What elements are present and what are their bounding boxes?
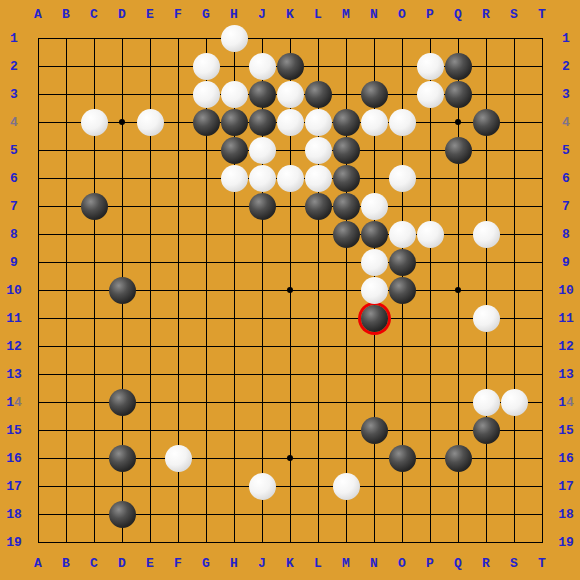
board-intersection-G2[interactable] [192, 52, 220, 80]
coord-label-char: 6 [562, 172, 570, 185]
board-intersection-Q5[interactable] [444, 136, 472, 164]
board-intersection-R4[interactable] [472, 108, 500, 136]
board-intersection-S14[interactable] [500, 388, 528, 416]
coord-label-char: 1 [558, 452, 566, 465]
coord-label-char: 0 [566, 284, 574, 297]
board-intersection-M5[interactable] [332, 136, 360, 164]
board-intersection-L6[interactable] [304, 164, 332, 192]
black-stone [333, 109, 360, 136]
black-stone [473, 109, 500, 136]
black-stone [333, 221, 360, 248]
coord-label: 19 [553, 528, 579, 556]
stones-grid [24, 24, 556, 556]
board-intersection-L5[interactable] [304, 136, 332, 164]
board-intersection-L7[interactable] [304, 192, 332, 220]
white-stone [417, 81, 444, 108]
white-stone [249, 137, 276, 164]
coord-label-char: 1 [6, 368, 14, 381]
board-intersection-M7[interactable] [332, 192, 360, 220]
coord-label-char: 8 [562, 228, 570, 241]
coord-label-char: 3 [562, 88, 570, 101]
white-stone [389, 221, 416, 248]
coord-label-char: 7 [566, 480, 574, 493]
white-stone [277, 165, 304, 192]
coord-label-char: 7 [10, 200, 18, 213]
black-stone [277, 53, 304, 80]
board-intersection-R8[interactable] [472, 220, 500, 248]
white-stone [193, 53, 220, 80]
coord-label-char: 1 [558, 312, 566, 325]
white-stone [473, 305, 500, 332]
black-stone [193, 109, 220, 136]
white-stone [193, 81, 220, 108]
black-stone [249, 109, 276, 136]
coord-label-char: 4 [10, 116, 18, 129]
coord-label-char: 6 [10, 172, 18, 185]
board-intersection-Q3[interactable] [444, 80, 472, 108]
coord-label-char: 9 [10, 256, 18, 269]
board-intersection-R14[interactable] [472, 388, 500, 416]
board-intersection-M6[interactable] [332, 164, 360, 192]
coord-label-char: M [342, 8, 350, 21]
board-intersection-O10[interactable] [388, 276, 416, 304]
coord-label-char: 8 [14, 508, 22, 521]
coord-label-char: H [230, 557, 238, 570]
black-stone [333, 193, 360, 220]
black-stone [389, 445, 416, 472]
coord-label-char: 7 [14, 480, 22, 493]
coord-label-char: 1 [6, 508, 14, 521]
white-stone [221, 165, 248, 192]
coord-label-char: H [230, 8, 238, 21]
coord-label-char: N [370, 8, 378, 21]
black-stone [361, 221, 388, 248]
row-labels-right: 12345678910111213141516171819 [553, 24, 579, 556]
board-intersection-L4[interactable] [304, 108, 332, 136]
coord-label: 5 [553, 136, 579, 164]
coord-label-char: T [538, 557, 546, 570]
coord-label: 9 [553, 248, 579, 276]
coord-label-char: 1 [558, 340, 566, 353]
white-stone [501, 389, 528, 416]
white-stone [221, 25, 248, 52]
black-stone [389, 277, 416, 304]
coord-label-char: 6 [14, 452, 22, 465]
coord-label-char: 3 [10, 88, 18, 101]
black-stone [221, 109, 248, 136]
black-stone [473, 417, 500, 444]
board-intersection-R15[interactable] [472, 416, 500, 444]
board-intersection-M17[interactable] [332, 472, 360, 500]
coord-label-char: S [510, 8, 518, 21]
board-intersection-R11[interactable] [472, 304, 500, 332]
black-stone [445, 137, 472, 164]
coord-label: 3 [553, 80, 579, 108]
coord-label-char: R [482, 8, 490, 21]
board-intersection-E4[interactable] [136, 108, 164, 136]
coord-label-char: 1 [14, 312, 22, 325]
board-intersection-N10[interactable] [360, 276, 388, 304]
coord-label-char: 1 [6, 424, 14, 437]
board-intersection-H5[interactable] [220, 136, 248, 164]
coord-label-char: J [258, 557, 266, 570]
coord-label-char: O [398, 8, 406, 21]
black-stone [305, 193, 332, 220]
board-intersection-P8[interactable] [416, 220, 444, 248]
coord-label-char: E [146, 8, 154, 21]
coord-label-char: 1 [558, 508, 566, 521]
coord-label-char: 2 [562, 60, 570, 73]
board-intersection-D10[interactable] [108, 276, 136, 304]
coord-label-char: K [286, 8, 294, 21]
coord-label-char: 4 [566, 396, 574, 409]
coord-label: 2 [553, 52, 579, 80]
black-stone [305, 81, 332, 108]
coord-label-char: D [118, 557, 126, 570]
coord-label-char: 4 [562, 116, 570, 129]
coord-label-char: B [62, 8, 70, 21]
black-stone [361, 417, 388, 444]
board-intersection-O4[interactable] [388, 108, 416, 136]
coord-label-char: E [146, 557, 154, 570]
coord-label: 6 [553, 164, 579, 192]
white-stone [305, 137, 332, 164]
board-intersection-H6[interactable] [220, 164, 248, 192]
board-intersection-Q2[interactable] [444, 52, 472, 80]
board-intersection-C4[interactable] [80, 108, 108, 136]
board-intersection-J2[interactable] [248, 52, 276, 80]
board-intersection-P2[interactable] [416, 52, 444, 80]
coord-label-char: 1 [558, 396, 566, 409]
board-intersection-J17[interactable] [248, 472, 276, 500]
white-stone [361, 109, 388, 136]
coord-label: 4 [553, 108, 579, 136]
white-stone [165, 445, 192, 472]
coord-label-char: 5 [14, 424, 22, 437]
coord-label-char: 1 [558, 424, 566, 437]
board-intersection-K4[interactable] [276, 108, 304, 136]
board-intersection-P3[interactable] [416, 80, 444, 108]
black-stone [445, 445, 472, 472]
coord-label-char: 5 [10, 144, 18, 157]
coord-label-char: 1 [6, 284, 14, 297]
board-intersection-O6[interactable] [388, 164, 416, 192]
coord-label-char: 8 [566, 508, 574, 521]
black-stone [109, 277, 136, 304]
coord-label: 7 [553, 192, 579, 220]
black-stone-last-move [361, 305, 388, 332]
coord-label-char: 9 [14, 536, 22, 549]
board-intersection-D16[interactable] [108, 444, 136, 472]
coord-label-char: 8 [10, 228, 18, 241]
coord-label-char: 1 [558, 480, 566, 493]
coord-label: 12 [553, 332, 579, 360]
coord-label: 18 [553, 500, 579, 528]
black-stone [333, 165, 360, 192]
coord-label-char: 6 [566, 452, 574, 465]
coord-label-char: 1 [566, 312, 574, 325]
white-stone [305, 109, 332, 136]
coord-label-char: P [426, 557, 434, 570]
coord-label-char: 1 [562, 32, 570, 45]
white-stone [277, 81, 304, 108]
coord-label-char: 1 [10, 32, 18, 45]
coord-label-char: G [202, 557, 210, 570]
coord-label-char: 1 [558, 536, 566, 549]
coord-label: 10 [553, 276, 579, 304]
board-intersection-N15[interactable] [360, 416, 388, 444]
board-intersection-N3[interactable] [360, 80, 388, 108]
coord-label: 8 [553, 220, 579, 248]
board-intersection-G4[interactable] [192, 108, 220, 136]
white-stone [361, 277, 388, 304]
board-intersection-H4[interactable] [220, 108, 248, 136]
coord-label-char: R [482, 557, 490, 570]
board-intersection-K3[interactable] [276, 80, 304, 108]
black-stone [81, 193, 108, 220]
board-intersection-J4[interactable] [248, 108, 276, 136]
white-stone [361, 193, 388, 220]
board-intersection-K2[interactable] [276, 52, 304, 80]
board-intersection-D18[interactable] [108, 500, 136, 528]
white-stone [361, 249, 388, 276]
coord-label-char: 1 [6, 452, 14, 465]
board-intersection-M4[interactable] [332, 108, 360, 136]
coord-label: 1 [553, 24, 579, 52]
coord-label-char: T [538, 8, 546, 21]
black-stone [109, 389, 136, 416]
board-intersection-G3[interactable] [192, 80, 220, 108]
coord-label: 11 [553, 304, 579, 332]
white-stone [389, 165, 416, 192]
board-intersection-C7[interactable] [80, 192, 108, 220]
coord-label-char: 5 [566, 424, 574, 437]
coord-label-char: 1 [6, 340, 14, 353]
black-stone [445, 81, 472, 108]
coord-label-char: 4 [14, 396, 22, 409]
board-intersection-L3[interactable] [304, 80, 332, 108]
coord-label-char: 3 [566, 368, 574, 381]
coord-label-char: G [202, 8, 210, 21]
white-stone [473, 221, 500, 248]
coord-label-char: C [90, 557, 98, 570]
board-intersection-J5[interactable] [248, 136, 276, 164]
coord-label-char: A [34, 8, 42, 21]
coord-label-char: 2 [14, 340, 22, 353]
coord-label-char: J [258, 8, 266, 21]
board-intersection-O16[interactable] [388, 444, 416, 472]
white-stone [277, 109, 304, 136]
black-stone [249, 193, 276, 220]
white-stone [305, 165, 332, 192]
board-intersection-F16[interactable] [164, 444, 192, 472]
black-stone [445, 53, 472, 80]
coord-label-char: 1 [6, 536, 14, 549]
coord-label-char: 1 [6, 312, 14, 325]
coord-label-char: L [314, 557, 322, 570]
coord-label-char: 2 [10, 60, 18, 73]
coord-label-char: 5 [562, 144, 570, 157]
black-stone [249, 81, 276, 108]
board-intersection-N8[interactable] [360, 220, 388, 248]
white-stone [249, 53, 276, 80]
coord-label: 14 [553, 388, 579, 416]
white-stone [137, 109, 164, 136]
white-stone [473, 389, 500, 416]
coord-label-char: L [314, 8, 322, 21]
white-stone [249, 165, 276, 192]
black-stone [109, 445, 136, 472]
board-intersection-Q16[interactable] [444, 444, 472, 472]
board-intersection-N11[interactable] [360, 304, 388, 332]
black-stone [333, 137, 360, 164]
board-intersection-M8[interactable] [332, 220, 360, 248]
board-intersection-K6[interactable] [276, 164, 304, 192]
white-stone [81, 109, 108, 136]
black-stone [361, 81, 388, 108]
board-intersection-N4[interactable] [360, 108, 388, 136]
coord-label-char: A [34, 557, 42, 570]
go-board[interactable]: ABCDEFGHJKLMNOPQRST ABCDEFGHJKLMNOPQRST … [0, 0, 580, 580]
black-stone [221, 137, 248, 164]
black-stone [109, 501, 136, 528]
white-stone [333, 473, 360, 500]
coord-label-char: 3 [14, 368, 22, 381]
coord-label-char: Q [454, 557, 462, 570]
white-stone [417, 221, 444, 248]
coord-label-char: B [62, 557, 70, 570]
coord-label: 15 [553, 416, 579, 444]
coord-label-char: 7 [562, 200, 570, 213]
black-stone [389, 249, 416, 276]
coord-label-char: F [174, 557, 182, 570]
coord-label-char: O [398, 557, 406, 570]
coord-label: 16 [553, 444, 579, 472]
board-intersection-J7[interactable] [248, 192, 276, 220]
board-intersection-N9[interactable] [360, 248, 388, 276]
board-intersection-H1[interactable] [220, 24, 248, 52]
white-stone [221, 81, 248, 108]
white-stone [249, 473, 276, 500]
coord-label-char: C [90, 8, 98, 21]
coord-label-char: 1 [6, 480, 14, 493]
coord-label-char: 0 [14, 284, 22, 297]
board-intersection-J6[interactable] [248, 164, 276, 192]
coord-label-char: P [426, 8, 434, 21]
coord-label-char: 1 [6, 396, 14, 409]
coord-label-char: F [174, 8, 182, 21]
board-intersection-N7[interactable] [360, 192, 388, 220]
board-intersection-H3[interactable] [220, 80, 248, 108]
coord-label-char: N [370, 557, 378, 570]
white-stone [417, 53, 444, 80]
coord-label-char: 2 [566, 340, 574, 353]
coord-label-char: M [342, 557, 350, 570]
coord-label-char: 1 [558, 368, 566, 381]
coord-label: 17 [553, 472, 579, 500]
coord-label-char: K [286, 557, 294, 570]
coord-label-char: 1 [558, 284, 566, 297]
coord-label-char: D [118, 8, 126, 21]
coord-label-char: 9 [562, 256, 570, 269]
white-stone [389, 109, 416, 136]
coord-label-char: 9 [566, 536, 574, 549]
board-intersection-O8[interactable] [388, 220, 416, 248]
coord-label-char: Q [454, 8, 462, 21]
coord-label: 13 [553, 360, 579, 388]
board-intersection-D14[interactable] [108, 388, 136, 416]
coord-label-char: S [510, 557, 518, 570]
board-intersection-J3[interactable] [248, 80, 276, 108]
board-intersection-O9[interactable] [388, 248, 416, 276]
